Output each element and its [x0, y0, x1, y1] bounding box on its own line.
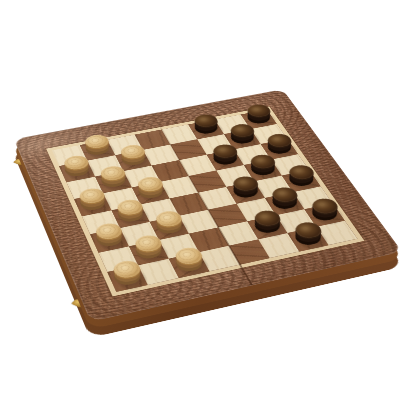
checker-light[interactable] [172, 255, 205, 276]
checker-dark[interactable] [308, 205, 340, 224]
checker-light[interactable] [135, 184, 165, 202]
checker-light[interactable] [83, 142, 111, 159]
checker-dark[interactable] [251, 217, 283, 236]
checker-dark[interactable] [230, 183, 261, 201]
checker-dark[interactable] [291, 229, 324, 249]
checker-dark[interactable] [268, 194, 300, 212]
checkers-board [14, 89, 400, 322]
checker-light[interactable] [62, 163, 91, 180]
checker-dark[interactable] [247, 162, 277, 179]
checker-light[interactable] [132, 242, 164, 262]
checker-light[interactable] [118, 152, 147, 169]
checker-dark[interactable] [191, 121, 220, 137]
checker-light[interactable] [98, 173, 127, 191]
checker-light[interactable] [115, 207, 146, 226]
checker-dark[interactable] [210, 151, 240, 168]
checker-light[interactable] [153, 218, 184, 237]
checker-light[interactable] [93, 230, 124, 250]
product-photo-canvas [0, 0, 400, 400]
